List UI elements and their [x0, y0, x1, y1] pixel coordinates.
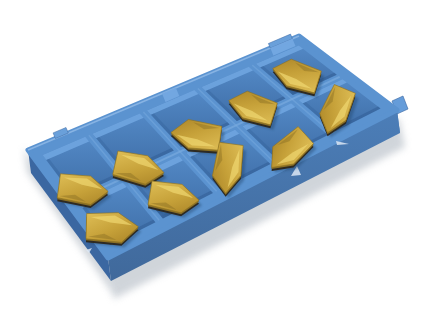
insert-box-photo — [0, 0, 423, 318]
product-photo-stage — [0, 0, 423, 318]
